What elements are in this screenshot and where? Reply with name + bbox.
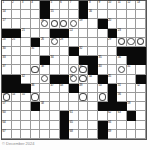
grid-cell[interactable] <box>50 65 60 74</box>
grid-cell[interactable]: 41 <box>127 65 137 74</box>
clue-number: 8 <box>89 1 90 4</box>
grid-cell[interactable] <box>12 56 22 65</box>
clue-number: 37 <box>3 65 6 68</box>
grid-cell[interactable] <box>127 29 137 38</box>
grid-cell[interactable] <box>79 93 89 102</box>
circle-marker <box>70 66 77 73</box>
grid-cell[interactable] <box>40 130 50 139</box>
grid-cell[interactable]: 18 <box>40 19 50 28</box>
clue-number: 43 <box>70 75 73 78</box>
black-cell <box>12 75 22 84</box>
clue-number: 16 <box>89 10 92 13</box>
black-cell <box>108 93 118 102</box>
grid-cell[interactable] <box>88 102 98 111</box>
grid-cell[interactable] <box>127 130 137 139</box>
grid-cell[interactable] <box>50 130 60 139</box>
grid-cell[interactable] <box>136 130 146 139</box>
grid-cell[interactable]: 12 <box>127 1 137 10</box>
clue-number: 39 <box>79 65 82 68</box>
clue-number: 64 <box>3 121 6 124</box>
grid-cell[interactable]: 36 <box>117 56 127 65</box>
circle-marker <box>60 20 67 27</box>
grid-cell[interactable] <box>31 19 41 28</box>
clue-number: 34 <box>51 56 54 59</box>
clue-number: 17 <box>3 19 6 22</box>
clue-number: 45 <box>108 75 111 78</box>
grid-cell[interactable]: 9 <box>98 1 108 10</box>
circle-marker <box>31 66 38 73</box>
clue-number: 54 <box>12 93 15 96</box>
circle-marker <box>99 93 106 100</box>
black-cell <box>136 47 146 56</box>
grid-cell[interactable]: 69 <box>108 130 118 139</box>
grid-cell[interactable] <box>50 102 60 111</box>
clue-number: 33 <box>3 56 6 59</box>
clue-number: 58 <box>41 102 44 105</box>
clue-number: 52 <box>137 84 140 87</box>
circle-marker <box>31 93 38 100</box>
grid-cell[interactable]: 25 <box>12 38 22 47</box>
grid-cell[interactable] <box>21 102 31 111</box>
grid-cell[interactable] <box>136 19 146 28</box>
black-cell <box>98 130 108 139</box>
grid-cell[interactable]: 68 <box>69 130 79 139</box>
grid-cell[interactable] <box>136 111 146 120</box>
clue-number: 4 <box>31 1 32 4</box>
grid-cell[interactable] <box>21 47 31 56</box>
clue-number: 50 <box>99 84 102 87</box>
grid-cell[interactable]: 31 <box>31 47 41 56</box>
grid-cell[interactable] <box>136 93 146 102</box>
circle-marker <box>127 38 134 45</box>
grid-cell[interactable] <box>108 47 118 56</box>
clue-number: 23 <box>118 29 121 32</box>
clue-number: 35 <box>99 56 102 59</box>
black-cell <box>60 111 70 120</box>
grid-cell[interactable]: 28 <box>60 38 70 47</box>
clue-number: 29 <box>108 38 111 41</box>
grid-cell[interactable]: 44 <box>88 75 98 84</box>
clue-number: 15 <box>51 10 54 13</box>
grid-cell[interactable]: 19 <box>79 19 89 28</box>
grid-cell[interactable] <box>69 56 79 65</box>
black-cell <box>69 47 79 56</box>
grid-cell[interactable] <box>31 121 41 130</box>
grid-cell[interactable]: 52 <box>136 84 146 93</box>
grid-cell[interactable] <box>69 38 79 47</box>
grid-cell[interactable] <box>127 38 137 47</box>
clue-number: 25 <box>12 38 15 41</box>
grid-cell[interactable] <box>69 10 79 19</box>
grid-cell[interactable]: 26 <box>40 38 50 47</box>
grid-cell[interactable] <box>136 38 146 47</box>
grid-cell[interactable] <box>127 10 137 19</box>
grid-cell[interactable]: 49 <box>79 84 89 93</box>
grid-cell[interactable] <box>127 121 137 130</box>
grid-cell[interactable] <box>117 121 127 130</box>
grid-cell[interactable] <box>88 121 98 130</box>
clue-number: 38 <box>41 65 44 68</box>
grid-cell[interactable]: 50 <box>98 84 108 93</box>
grid-cell[interactable]: 20 <box>108 19 118 28</box>
clue-number: 19 <box>79 19 82 22</box>
grid-cell[interactable] <box>21 121 31 130</box>
grid-cell[interactable]: 21 <box>21 29 31 38</box>
grid-cell[interactable] <box>98 29 108 38</box>
clue-number: 65 <box>70 121 73 124</box>
circle-marker <box>137 38 144 45</box>
clue-number: 63 <box>118 111 121 114</box>
black-cell <box>127 111 137 120</box>
clue-number: 62 <box>108 111 111 114</box>
grid-cell[interactable]: 13 <box>136 1 146 10</box>
circle-marker <box>51 20 58 27</box>
black-cell <box>2 75 12 84</box>
grid-cell[interactable] <box>40 84 50 93</box>
grid-cell[interactable] <box>60 47 70 56</box>
grid-cell[interactable]: 34 <box>50 56 60 65</box>
grid-cell[interactable] <box>12 19 22 28</box>
grid-cell[interactable] <box>60 65 70 74</box>
clue-number: 69 <box>108 130 111 133</box>
grid-cell[interactable]: 47 <box>50 84 60 93</box>
grid-cell[interactable]: 32 <box>79 47 89 56</box>
grid-cell[interactable]: 23 <box>117 29 127 38</box>
clue-number: 51 <box>118 84 121 87</box>
grid-cell[interactable] <box>21 10 31 19</box>
clue-number: 5 <box>51 1 52 4</box>
clue-number: 44 <box>89 75 92 78</box>
grid-cell[interactable]: 42 <box>21 75 31 84</box>
grid-cell[interactable] <box>21 111 31 120</box>
clue-number: 59 <box>127 102 130 105</box>
black-cell <box>127 47 137 56</box>
clue-number: 40 <box>99 65 102 68</box>
black-cell <box>79 1 89 10</box>
grid-cell[interactable] <box>50 93 60 102</box>
clue-number: 48 <box>60 84 63 87</box>
grid-cell[interactable] <box>40 75 50 84</box>
black-cell <box>98 121 108 130</box>
grid-cell[interactable] <box>50 121 60 130</box>
grid-cell[interactable] <box>31 56 41 65</box>
grid-cell[interactable]: 48 <box>60 84 70 93</box>
grid-cell[interactable] <box>79 130 89 139</box>
grid-cell[interactable] <box>127 19 137 28</box>
grid-cell[interactable] <box>98 93 108 102</box>
grid-cell[interactable]: 27 <box>50 38 60 47</box>
grid-cell[interactable]: 4 <box>31 1 41 10</box>
clue-number: 2 <box>12 1 13 4</box>
grid-cell[interactable] <box>50 111 60 120</box>
clue-number: 47 <box>51 84 54 87</box>
clue-number: 56 <box>118 93 121 96</box>
copyright-text: © December 2024 <box>2 141 150 146</box>
grid-cell[interactable] <box>31 65 41 74</box>
grid-cell[interactable]: 54 <box>12 93 22 102</box>
grid-cell[interactable] <box>88 47 98 56</box>
clue-number: 21 <box>22 29 25 32</box>
black-cell <box>60 130 70 139</box>
grid-cell[interactable]: 55 <box>21 93 31 102</box>
clue-number: 60 <box>3 111 6 114</box>
clue-number: 57 <box>3 102 6 105</box>
clue-number: 1 <box>3 1 4 4</box>
grid-cell[interactable] <box>12 121 22 130</box>
grid-cell[interactable] <box>31 10 41 19</box>
grid-cell[interactable] <box>98 111 108 120</box>
grid-cell[interactable]: 17 <box>2 19 12 28</box>
grid-cell[interactable] <box>79 102 89 111</box>
grid-cell[interactable]: 16 <box>88 10 98 19</box>
grid-cell[interactable]: 15 <box>50 10 60 19</box>
grid-cell[interactable] <box>98 10 108 19</box>
grid-cell[interactable]: 6 <box>60 1 70 10</box>
grid-cell[interactable] <box>40 111 50 120</box>
grid-cell[interactable] <box>21 38 31 47</box>
circle-marker <box>41 75 48 82</box>
grid-cell[interactable] <box>117 10 127 19</box>
circle-marker <box>118 66 125 73</box>
grid-cell[interactable] <box>88 84 98 93</box>
grid-cell[interactable] <box>127 84 137 93</box>
clue-number: 67 <box>3 130 6 133</box>
grid-cell[interactable]: 56 <box>117 93 127 102</box>
grid-cell[interactable]: 58 <box>40 102 50 111</box>
clue-number: 7 <box>70 1 71 4</box>
crossword-grid: 1234567891011121314151617181920212223242… <box>1 0 147 140</box>
grid-cell[interactable]: 46 <box>31 84 41 93</box>
clue-number: 55 <box>22 93 25 96</box>
grid-cell[interactable] <box>50 19 60 28</box>
grid-cell[interactable] <box>127 75 137 84</box>
clue-number: 26 <box>41 38 44 41</box>
clue-number: 32 <box>79 47 82 50</box>
clue-number: 30 <box>3 47 6 50</box>
black-cell <box>40 1 50 10</box>
grid-cell[interactable] <box>88 130 98 139</box>
circle-marker <box>79 75 86 82</box>
clue-number: 10 <box>108 1 111 4</box>
grid-cell[interactable] <box>69 93 79 102</box>
clue-number: 14 <box>3 10 6 13</box>
clue-number: 13 <box>137 1 140 4</box>
clue-number: 3 <box>22 1 23 4</box>
grid-cell[interactable]: 11 <box>117 1 127 10</box>
clue-number: 28 <box>60 38 63 41</box>
grid-cell[interactable] <box>12 102 22 111</box>
black-cell <box>31 102 41 111</box>
grid-cell[interactable] <box>60 102 70 111</box>
grid-cell[interactable] <box>60 56 70 65</box>
grid-cell[interactable] <box>60 10 70 19</box>
grid-cell[interactable] <box>88 38 98 47</box>
clue-number: 6 <box>60 1 61 4</box>
grid-cell[interactable] <box>21 130 31 139</box>
grid-cell[interactable] <box>98 38 108 47</box>
grid-cell[interactable]: 7 <box>69 1 79 10</box>
grid-cell[interactable] <box>136 29 146 38</box>
clue-number: 41 <box>127 65 130 68</box>
black-cell <box>88 56 98 65</box>
grid-cell[interactable]: 22 <box>69 29 79 38</box>
clue-number: 61 <box>70 111 73 114</box>
grid-cell[interactable] <box>31 93 41 102</box>
clue-number: 53 <box>3 93 6 96</box>
grid-cell[interactable]: 29 <box>108 38 118 47</box>
black-cell <box>108 84 118 93</box>
grid-cell[interactable] <box>108 56 118 65</box>
grid-cell[interactable] <box>60 93 70 102</box>
black-cell <box>136 56 146 65</box>
grid-cell[interactable] <box>88 29 98 38</box>
grid-cell[interactable]: 67 <box>2 130 12 139</box>
clue-number: 46 <box>31 84 34 87</box>
clue-number: 31 <box>31 47 34 50</box>
circle-marker <box>70 20 77 27</box>
grid-cell[interactable] <box>79 121 89 130</box>
grid-cell[interactable] <box>136 10 146 19</box>
black-cell <box>69 84 79 93</box>
grid-cell[interactable]: 40 <box>98 65 108 74</box>
grid-cell[interactable] <box>31 130 41 139</box>
grid-cell[interactable] <box>88 93 98 102</box>
grid-cell[interactable] <box>117 65 127 74</box>
grid-cell[interactable]: 3 <box>21 1 31 10</box>
clue-number: 36 <box>118 56 121 59</box>
clue-number: 24 <box>3 38 6 41</box>
grid-cell[interactable]: 38 <box>40 65 50 74</box>
grid-cell[interactable] <box>21 56 31 65</box>
grid-cell[interactable] <box>88 19 98 28</box>
grid-cell[interactable]: 39 <box>79 65 89 74</box>
grid-cell[interactable] <box>136 102 146 111</box>
grid-cell[interactable] <box>79 29 89 38</box>
grid-cell[interactable] <box>12 47 22 56</box>
grid-cell[interactable] <box>136 121 146 130</box>
grid-cell[interactable]: 63 <box>117 111 127 120</box>
clue-number: 12 <box>127 1 130 4</box>
grid-cell[interactable]: 10 <box>108 1 118 10</box>
grid-cell[interactable] <box>12 111 22 120</box>
grid-cell[interactable]: 37 <box>2 65 12 74</box>
grid-cell[interactable] <box>117 38 127 47</box>
clue-number: 9 <box>99 1 100 4</box>
grid-cell[interactable] <box>40 47 50 56</box>
grid-cell[interactable] <box>31 29 41 38</box>
clue-number: 20 <box>108 19 111 22</box>
grid-cell[interactable] <box>12 130 22 139</box>
grid-cell[interactable]: 59 <box>127 102 137 111</box>
black-cell <box>60 121 70 130</box>
grid-cell[interactable] <box>40 121 50 130</box>
clue-number: 22 <box>70 29 73 32</box>
grid-cell[interactable]: 2 <box>12 1 22 10</box>
black-cell <box>98 102 108 111</box>
clue-number: 68 <box>70 130 73 133</box>
grid-cell[interactable] <box>12 65 22 74</box>
grid-cell[interactable] <box>88 111 98 120</box>
clue-number: 11 <box>118 1 121 4</box>
black-cell <box>98 19 108 28</box>
circle-marker <box>118 38 125 45</box>
grid-cell[interactable] <box>12 10 22 19</box>
grid-cell[interactable]: 43 <box>69 75 79 84</box>
grid-cell[interactable] <box>117 130 127 139</box>
clue-number: 18 <box>41 19 44 22</box>
clue-number: 27 <box>51 38 54 41</box>
grid-cell[interactable] <box>31 111 41 120</box>
grid-cell[interactable] <box>60 19 70 28</box>
circle-marker <box>79 93 86 100</box>
clue-number: 49 <box>79 84 82 87</box>
grid-cell[interactable] <box>136 65 146 74</box>
clue-number: 66 <box>108 121 111 124</box>
grid-cell[interactable]: 45 <box>108 75 118 84</box>
grid-cell[interactable] <box>79 111 89 120</box>
clue-number: 42 <box>22 75 25 78</box>
